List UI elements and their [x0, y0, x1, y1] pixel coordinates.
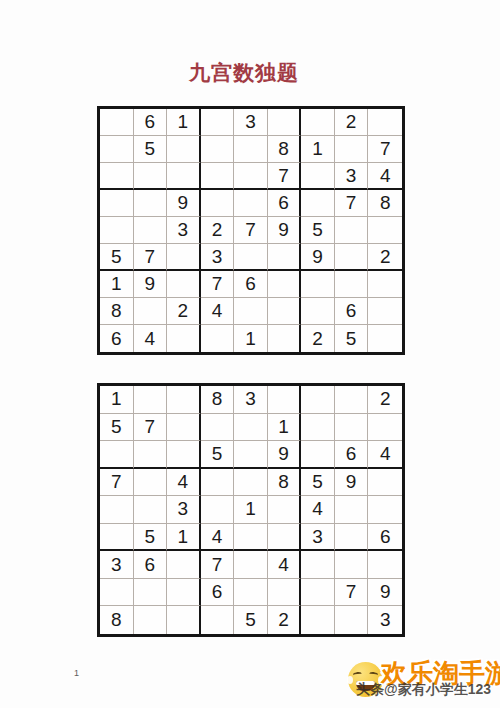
sudoku-cell-r6c5 — [234, 244, 268, 271]
sudoku-cell-r6c3: 1 — [167, 524, 201, 552]
sudoku-cell-r5c8 — [335, 217, 369, 244]
sudoku-cell-r9c2 — [134, 606, 168, 634]
sudoku-cell-r6c7: 9 — [301, 244, 335, 271]
sudoku-cell-r2c9: 7 — [368, 136, 402, 163]
sudoku-cell-r4c1 — [100, 190, 134, 217]
sudoku-cell-r3c5 — [234, 441, 268, 469]
sudoku-cell-r7c6 — [268, 271, 302, 298]
sudoku-cell-r3c6: 9 — [268, 441, 302, 469]
sudoku-cell-r1c3: 1 — [167, 109, 201, 136]
sudoku-cell-r1c8 — [335, 386, 369, 414]
sudoku-cell-r8c4: 4 — [201, 298, 235, 325]
sudoku-cell-r6c6 — [268, 244, 302, 271]
sudoku-cell-r7c9 — [368, 271, 402, 298]
sudoku-cell-r2c2: 5 — [134, 136, 168, 163]
sudoku-cell-r4c6: 6 — [268, 190, 302, 217]
sudoku-cell-r3c9: 4 — [368, 441, 402, 469]
sudoku-cell-r4c7 — [301, 190, 335, 217]
sudoku-cell-r1c2 — [134, 386, 168, 414]
sudoku-cell-r7c5 — [234, 551, 268, 579]
sudoku-cell-r1c9 — [368, 109, 402, 136]
sudoku-cell-r5c5: 1 — [234, 496, 268, 524]
sudoku-cell-r9c3 — [167, 606, 201, 634]
sudoku-cell-r4c4 — [201, 190, 235, 217]
sudoku-cell-r3c4 — [201, 163, 235, 190]
sudoku-cell-r7c8 — [335, 551, 369, 579]
sudoku-cell-r7c1: 1 — [100, 271, 134, 298]
sudoku-cell-r9c5: 5 — [234, 606, 268, 634]
sudoku-cell-r5c8 — [335, 496, 369, 524]
sudoku-cell-r7c9 — [368, 551, 402, 579]
sudoku-cell-r8c2 — [134, 298, 168, 325]
sudoku-cell-r2c6: 1 — [268, 414, 302, 442]
sudoku-cell-r9c1: 8 — [100, 606, 134, 634]
sudoku-cell-r6c4: 4 — [201, 524, 235, 552]
sudoku-cell-r8c9 — [368, 298, 402, 325]
sudoku-cell-r8c7 — [301, 579, 335, 607]
sudoku-cell-r6c9: 2 — [368, 244, 402, 271]
sudoku-cell-r6c4: 3 — [201, 244, 235, 271]
sudoku-cell-r3c2 — [134, 163, 168, 190]
sudoku-cell-r3c8: 6 — [335, 441, 369, 469]
sudoku-cell-r3c2 — [134, 441, 168, 469]
sudoku-cell-r4c8: 7 — [335, 190, 369, 217]
sudoku-cell-r9c2: 4 — [134, 325, 168, 352]
sudoku-cell-r3c3 — [167, 163, 201, 190]
sudoku-cell-r1c4 — [201, 109, 235, 136]
sudoku-cell-r8c1: 8 — [100, 298, 134, 325]
sudoku-cell-r8c5 — [234, 298, 268, 325]
sudoku-cell-r5c6: 9 — [268, 217, 302, 244]
sudoku-cell-r6c9: 6 — [368, 524, 402, 552]
sudoku-cell-r5c2 — [134, 217, 168, 244]
sudoku-cell-r2c3 — [167, 414, 201, 442]
sudoku-cell-r2c8 — [335, 414, 369, 442]
sudoku-cell-r1c6 — [268, 109, 302, 136]
sudoku-cell-r5c1 — [100, 217, 134, 244]
sudoku-cell-r9c7: 2 — [301, 325, 335, 352]
sudoku-cell-r7c7 — [301, 551, 335, 579]
sudoku-cell-r7c2: 6 — [134, 551, 168, 579]
sudoku-cell-r4c6: 8 — [268, 469, 302, 497]
sudoku-cell-r4c1: 7 — [100, 469, 134, 497]
sudoku-cell-r7c7 — [301, 271, 335, 298]
sudoku-cell-r6c1: 5 — [100, 244, 134, 271]
sudoku-cell-r9c9 — [368, 325, 402, 352]
sudoku-cell-r3c1 — [100, 163, 134, 190]
sudoku-cell-r4c5 — [234, 190, 268, 217]
sudoku-cell-r1c5: 3 — [234, 386, 268, 414]
sudoku-cell-r6c6 — [268, 524, 302, 552]
sudoku-cell-r8c3: 2 — [167, 298, 201, 325]
sudoku-cell-r1c9: 2 — [368, 386, 402, 414]
sudoku-cell-r8c7 — [301, 298, 335, 325]
sudoku-cell-r2c8 — [335, 136, 369, 163]
sudoku-cell-r9c4 — [201, 325, 235, 352]
sudoku-cell-r7c2: 9 — [134, 271, 168, 298]
sudoku-cell-r6c7: 3 — [301, 524, 335, 552]
sudoku-cell-r9c7 — [301, 606, 335, 634]
sudoku-cell-r4c5 — [234, 469, 268, 497]
sudoku-cell-r3c5 — [234, 163, 268, 190]
sudoku-cell-r5c1 — [100, 496, 134, 524]
sudoku-cell-r4c4 — [201, 469, 235, 497]
sudoku-cell-r1c7 — [301, 109, 335, 136]
sudoku-cell-r1c5: 3 — [234, 109, 268, 136]
sudoku-cell-r8c8: 6 — [335, 298, 369, 325]
sudoku-cell-r3c9: 4 — [368, 163, 402, 190]
page-title: 九宫数独题 — [0, 59, 488, 87]
sudoku-cell-r2c4 — [201, 136, 235, 163]
sudoku-cell-r1c2: 6 — [134, 109, 168, 136]
sudoku-cell-r8c6 — [268, 298, 302, 325]
worksheet-page: 九宫数独题 6132581773496783279557392197682466… — [0, 0, 500, 708]
sudoku-cell-r1c1 — [100, 109, 134, 136]
sudoku-cell-r2c6: 8 — [268, 136, 302, 163]
sudoku-cell-r3c1 — [100, 441, 134, 469]
sudoku-cell-r5c3: 3 — [167, 217, 201, 244]
sudoku-cell-r1c4: 8 — [201, 386, 235, 414]
sudoku-cell-r4c8: 9 — [335, 469, 369, 497]
sudoku-cell-r2c9 — [368, 414, 402, 442]
sudoku-cell-r7c3 — [167, 271, 201, 298]
sudoku-cell-r6c8 — [335, 524, 369, 552]
sudoku-cell-r5c9 — [368, 217, 402, 244]
watermark: 欢乐淘手游 头条@家有小学生123 — [345, 656, 500, 708]
emoji-tear-left — [347, 676, 353, 684]
sudoku-cell-r2c5 — [234, 414, 268, 442]
sudoku-cell-r9c4 — [201, 606, 235, 634]
sudoku-cell-r4c3: 4 — [167, 469, 201, 497]
sudoku-cell-r1c7 — [301, 386, 335, 414]
sudoku-cell-r6c2: 7 — [134, 244, 168, 271]
sudoku-cell-r3c7 — [301, 441, 335, 469]
sudoku-cell-r7c4: 7 — [201, 551, 235, 579]
sudoku-cell-r6c2: 5 — [134, 524, 168, 552]
sudoku-board-2: 18325715964748593145143636746798523 — [97, 383, 405, 637]
sudoku-cell-r4c9: 8 — [368, 190, 402, 217]
sudoku-cell-r8c4: 6 — [201, 579, 235, 607]
sudoku-cell-r3c7 — [301, 163, 335, 190]
sudoku-cell-r8c9: 9 — [368, 579, 402, 607]
emoji-eye-right — [369, 671, 379, 677]
sudoku-cell-r7c8 — [335, 271, 369, 298]
sudoku-cell-r2c4 — [201, 414, 235, 442]
sudoku-cell-r4c2 — [134, 190, 168, 217]
sudoku-cell-r1c6 — [268, 386, 302, 414]
sudoku-cell-r7c3 — [167, 551, 201, 579]
sudoku-cell-r9c9: 3 — [368, 606, 402, 634]
sudoku-cell-r6c3 — [167, 244, 201, 271]
sudoku-cell-r3c8: 3 — [335, 163, 369, 190]
sudoku-cell-r6c8 — [335, 244, 369, 271]
sudoku-cell-r8c3 — [167, 579, 201, 607]
emoji-eye-left — [353, 671, 363, 677]
sudoku-cell-r9c6 — [268, 325, 302, 352]
sudoku-cell-r1c8: 2 — [335, 109, 369, 136]
sudoku-cell-r5c5: 7 — [234, 217, 268, 244]
sudoku-cell-r5c6 — [268, 496, 302, 524]
sudoku-cell-r5c4 — [201, 496, 235, 524]
sudoku-cell-r9c1: 6 — [100, 325, 134, 352]
sudoku-cell-r9c5: 1 — [234, 325, 268, 352]
sudoku-cell-r7c1: 3 — [100, 551, 134, 579]
sudoku-cell-r9c3 — [167, 325, 201, 352]
watermark-credit-text: 头条@家有小学生123 — [356, 682, 491, 697]
sudoku-cell-r1c3 — [167, 386, 201, 414]
sudoku-cell-r7c6: 4 — [268, 551, 302, 579]
sudoku-cell-r2c7 — [301, 414, 335, 442]
sudoku-cell-r7c5: 6 — [234, 271, 268, 298]
sudoku-cell-r5c7: 5 — [301, 217, 335, 244]
sudoku-cell-r3c4: 5 — [201, 441, 235, 469]
sudoku-cell-r8c2 — [134, 579, 168, 607]
sudoku-cell-r5c9 — [368, 496, 402, 524]
sudoku-cell-r6c1 — [100, 524, 134, 552]
sudoku-cell-r9c6: 2 — [268, 606, 302, 634]
sudoku-cell-r2c3 — [167, 136, 201, 163]
sudoku-cell-r2c1 — [100, 136, 134, 163]
sudoku-cell-r3c3 — [167, 441, 201, 469]
sudoku-cell-r1c1: 1 — [100, 386, 134, 414]
sudoku-cell-r5c4: 2 — [201, 217, 235, 244]
sudoku-cell-r9c8: 5 — [335, 325, 369, 352]
sudoku-cell-r4c2 — [134, 469, 168, 497]
sudoku-cell-r7c4: 7 — [201, 271, 235, 298]
sudoku-cell-r9c8 — [335, 606, 369, 634]
sudoku-cell-r4c3: 9 — [167, 190, 201, 217]
page-number: 1 — [74, 668, 79, 678]
sudoku-cell-r5c2 — [134, 496, 168, 524]
sudoku-cell-r2c5 — [234, 136, 268, 163]
sudoku-cell-r8c1 — [100, 579, 134, 607]
sudoku-cell-r3c6: 7 — [268, 163, 302, 190]
sudoku-cell-r2c2: 7 — [134, 414, 168, 442]
sudoku-cell-r8c6 — [268, 579, 302, 607]
sudoku-cell-r5c7: 4 — [301, 496, 335, 524]
sudoku-cell-r4c7: 5 — [301, 469, 335, 497]
sudoku-cell-r8c8: 7 — [335, 579, 369, 607]
sudoku-cell-r2c1: 5 — [100, 414, 134, 442]
sudoku-board-1: 61325817734967832795573921976824664125 — [97, 106, 405, 355]
sudoku-cell-r2c7: 1 — [301, 136, 335, 163]
sudoku-cell-r4c9 — [368, 469, 402, 497]
sudoku-cell-r8c5 — [234, 579, 268, 607]
sudoku-cell-r5c3: 3 — [167, 496, 201, 524]
sudoku-cell-r6c5 — [234, 524, 268, 552]
